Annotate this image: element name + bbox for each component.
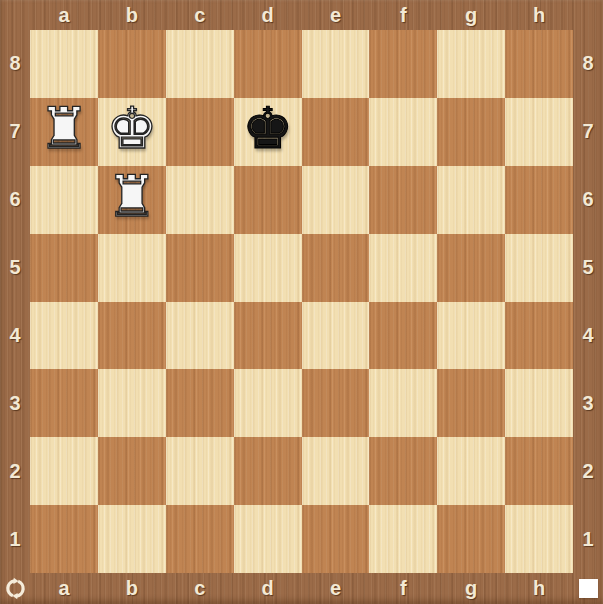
square-d6[interactable] (234, 166, 302, 234)
square-g3[interactable] (437, 369, 505, 437)
square-h3[interactable] (505, 369, 573, 437)
rank-label-4-left: 4 (0, 302, 30, 370)
piece-white-king-b7[interactable]: ♚ (106, 100, 157, 157)
square-c8[interactable] (166, 30, 234, 98)
square-e6[interactable] (302, 166, 370, 234)
square-e2[interactable] (302, 437, 370, 505)
square-f8[interactable] (369, 30, 437, 98)
square-a8[interactable] (30, 30, 98, 98)
square-c3[interactable] (166, 369, 234, 437)
file-label-h-top: h (505, 0, 573, 30)
square-g8[interactable] (437, 30, 505, 98)
rank-label-2-right: 2 (573, 437, 603, 505)
square-a3[interactable] (30, 369, 98, 437)
file-label-a-top: a (30, 0, 98, 30)
square-c4[interactable] (166, 302, 234, 370)
file-label-a-bottom: a (30, 573, 98, 604)
file-label-b-top: b (98, 0, 166, 30)
square-d5[interactable] (234, 234, 302, 302)
square-g1[interactable] (437, 505, 505, 573)
file-label-g-top: g (437, 0, 505, 30)
square-b7[interactable]: ♚ (98, 98, 166, 166)
rank-label-7-right: 7 (573, 98, 603, 166)
rank-label-5-left: 5 (0, 234, 30, 302)
square-c6[interactable] (166, 166, 234, 234)
rank-label-8-left: 8 (0, 30, 30, 98)
file-label-e-bottom: e (302, 573, 370, 604)
square-b5[interactable] (98, 234, 166, 302)
square-h5[interactable] (505, 234, 573, 302)
piece-white-rook-b6[interactable]: ♜ (106, 168, 157, 225)
square-f6[interactable] (369, 166, 437, 234)
board-corner-bottom-right (573, 573, 603, 604)
square-g5[interactable] (437, 234, 505, 302)
rank-label-2-left: 2 (0, 437, 30, 505)
square-f2[interactable] (369, 437, 437, 505)
file-label-g-bottom: g (437, 573, 505, 604)
square-h2[interactable] (505, 437, 573, 505)
square-d7[interactable]: ♚ (234, 98, 302, 166)
square-a1[interactable] (30, 505, 98, 573)
square-h7[interactable] (505, 98, 573, 166)
file-label-f-top: f (369, 0, 437, 30)
square-d1[interactable] (234, 505, 302, 573)
square-g4[interactable] (437, 302, 505, 370)
square-f7[interactable] (369, 98, 437, 166)
square-c1[interactable] (166, 505, 234, 573)
square-f3[interactable] (369, 369, 437, 437)
square-d3[interactable] (234, 369, 302, 437)
square-g2[interactable] (437, 437, 505, 505)
file-label-b-bottom: b (98, 573, 166, 604)
file-label-h-bottom: h (505, 573, 573, 604)
file-label-e-top: e (302, 0, 370, 30)
square-a5[interactable] (30, 234, 98, 302)
square-h4[interactable] (505, 302, 573, 370)
file-label-d-top: d (234, 0, 302, 30)
square-b4[interactable] (98, 302, 166, 370)
square-e3[interactable] (302, 369, 370, 437)
square-e7[interactable] (302, 98, 370, 166)
rank-label-1-right: 1 (573, 505, 603, 573)
white-to-move-indicator (579, 579, 598, 598)
square-f5[interactable] (369, 234, 437, 302)
file-label-c-top: c (166, 0, 234, 30)
rank-label-3-left: 3 (0, 369, 30, 437)
rank-label-8-right: 8 (573, 30, 603, 98)
board-corner-top-right (573, 0, 603, 30)
square-b2[interactable] (98, 437, 166, 505)
board-corner-top-left (0, 0, 30, 30)
square-a7[interactable]: ♜ (30, 98, 98, 166)
square-a2[interactable] (30, 437, 98, 505)
square-c7[interactable] (166, 98, 234, 166)
flip-board-icon (4, 577, 27, 600)
chess-board: abcdefgh887♜♚♚76♜65544332211abcdefgh (0, 0, 603, 604)
square-g7[interactable] (437, 98, 505, 166)
file-label-d-bottom: d (234, 573, 302, 604)
square-a4[interactable] (30, 302, 98, 370)
rank-label-6-right: 6 (573, 166, 603, 234)
piece-black-king-d7[interactable]: ♚ (242, 100, 293, 157)
piece-white-rook-a7[interactable]: ♜ (38, 100, 89, 157)
square-e8[interactable] (302, 30, 370, 98)
square-c2[interactable] (166, 437, 234, 505)
file-label-c-bottom: c (166, 573, 234, 604)
square-b3[interactable] (98, 369, 166, 437)
rank-label-3-right: 3 (573, 369, 603, 437)
square-b8[interactable] (98, 30, 166, 98)
square-h1[interactable] (505, 505, 573, 573)
square-e1[interactable] (302, 505, 370, 573)
square-f1[interactable] (369, 505, 437, 573)
file-label-f-bottom: f (369, 573, 437, 604)
rank-label-7-left: 7 (0, 98, 30, 166)
square-g6[interactable] (437, 166, 505, 234)
rank-label-6-left: 6 (0, 166, 30, 234)
square-b6[interactable]: ♜ (98, 166, 166, 234)
square-d8[interactable] (234, 30, 302, 98)
square-h6[interactable] (505, 166, 573, 234)
square-e5[interactable] (302, 234, 370, 302)
square-b1[interactable] (98, 505, 166, 573)
square-h8[interactable] (505, 30, 573, 98)
square-f4[interactable] (369, 302, 437, 370)
flip-board-button[interactable] (0, 573, 30, 604)
square-d4[interactable] (234, 302, 302, 370)
rank-label-4-right: 4 (573, 302, 603, 370)
rank-label-1-left: 1 (0, 505, 30, 573)
rank-label-5-right: 5 (573, 234, 603, 302)
square-e4[interactable] (302, 302, 370, 370)
square-a6[interactable] (30, 166, 98, 234)
square-d2[interactable] (234, 437, 302, 505)
square-c5[interactable] (166, 234, 234, 302)
